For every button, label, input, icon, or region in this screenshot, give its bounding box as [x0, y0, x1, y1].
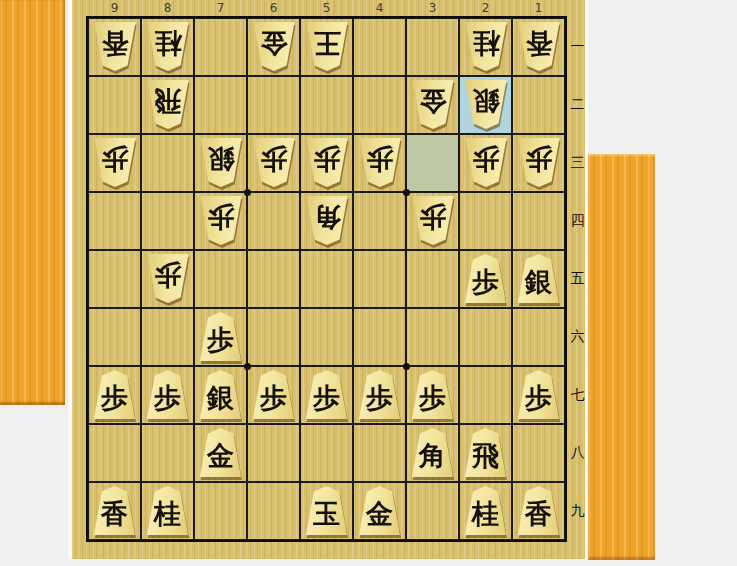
square-5-4[interactable]: 角 — [300, 192, 353, 250]
square-7-6[interactable]: 歩 — [194, 308, 247, 366]
square-9-7[interactable]: 歩 — [88, 366, 141, 424]
square-9-2[interactable] — [88, 76, 141, 134]
koma-glyph: 飛 — [465, 428, 507, 477]
koma-glyph: 歩 — [518, 138, 560, 187]
piece-gote-bishop[interactable]: 角 — [306, 196, 348, 245]
koma-glyph: 香 — [518, 486, 560, 535]
piece-gote-silver[interactable]: 銀 — [465, 80, 507, 129]
square-6-5[interactable] — [247, 250, 300, 308]
file-label-1: 1 — [512, 0, 565, 16]
piece-sente-pawn[interactable]: 歩 — [412, 370, 454, 419]
piece-sente-pawn[interactable]: 歩 — [465, 254, 507, 303]
koma-glyph: 歩 — [465, 254, 507, 303]
piece-sente-king[interactable]: 玉 — [306, 486, 348, 535]
square-2-9[interactable]: 桂 — [459, 482, 512, 540]
square-1-5[interactable]: 銀 — [512, 250, 565, 308]
square-8-9[interactable]: 桂 — [141, 482, 194, 540]
piece-gote-pawn[interactable]: 歩 — [200, 196, 242, 245]
piece-sente-silver[interactable]: 銀 — [200, 370, 242, 419]
piece-gote-pawn[interactable]: 歩 — [94, 138, 136, 187]
koma-glyph: 香 — [94, 486, 136, 535]
koma-glyph: 香 — [94, 22, 136, 71]
piece-gote-silver[interactable]: 銀 — [200, 138, 242, 187]
square-8-4[interactable] — [141, 192, 194, 250]
square-4-8[interactable] — [353, 424, 406, 482]
square-8-6[interactable] — [141, 308, 194, 366]
square-3-6[interactable] — [406, 308, 459, 366]
square-8-3[interactable] — [141, 134, 194, 192]
square-8-5[interactable]: 歩 — [141, 250, 194, 308]
koma-glyph: 歩 — [306, 370, 348, 419]
square-4-6[interactable] — [353, 308, 406, 366]
piece-sente-pawn[interactable]: 歩 — [147, 370, 189, 419]
square-2-6[interactable] — [459, 308, 512, 366]
square-5-1[interactable]: 王 — [300, 18, 353, 76]
square-7-9[interactable] — [194, 482, 247, 540]
piece-sente-pawn[interactable]: 歩 — [94, 370, 136, 419]
square-9-9[interactable]: 香 — [88, 482, 141, 540]
square-1-8[interactable] — [512, 424, 565, 482]
piece-sente-pawn[interactable]: 歩 — [200, 312, 242, 361]
piece-gote-pawn[interactable]: 歩 — [253, 138, 295, 187]
shogi-board: 987654321 一二三四五六七八九 香桂金王桂香飛金銀歩銀歩歩歩歩歩歩角歩歩… — [68, 0, 588, 559]
square-6-8[interactable] — [247, 424, 300, 482]
square-4-2[interactable] — [353, 76, 406, 134]
square-2-5[interactable]: 歩 — [459, 250, 512, 308]
square-7-8[interactable]: 金 — [194, 424, 247, 482]
koma-glyph: 歩 — [359, 370, 401, 419]
square-1-4[interactable] — [512, 192, 565, 250]
square-2-1[interactable]: 桂 — [459, 18, 512, 76]
square-1-7[interactable]: 歩 — [512, 366, 565, 424]
square-7-4[interactable]: 歩 — [194, 192, 247, 250]
koma-glyph: 歩 — [359, 138, 401, 187]
square-5-6[interactable] — [300, 308, 353, 366]
koma-glyph: 玉 — [306, 486, 348, 535]
square-3-3[interactable] — [406, 134, 459, 192]
koma-glyph: 歩 — [147, 370, 189, 419]
koma-glyph: 銀 — [465, 80, 507, 129]
square-6-6[interactable] — [247, 308, 300, 366]
star-point — [403, 189, 410, 196]
piece-gote-rook[interactable]: 飛 — [147, 80, 189, 129]
square-6-9[interactable] — [247, 482, 300, 540]
square-8-2[interactable]: 飛 — [141, 76, 194, 134]
koma-glyph: 歩 — [147, 254, 189, 303]
star-point — [244, 189, 251, 196]
koma-glyph: 飛 — [147, 80, 189, 129]
square-7-3[interactable]: 銀 — [194, 134, 247, 192]
gote-piece-stand — [0, 0, 65, 405]
piece-sente-lance[interactable]: 香 — [518, 486, 560, 535]
square-8-1[interactable]: 桂 — [141, 18, 194, 76]
piece-sente-pawn[interactable]: 歩 — [518, 370, 560, 419]
koma-glyph: 歩 — [200, 312, 242, 361]
square-6-3[interactable]: 歩 — [247, 134, 300, 192]
piece-gote-pawn[interactable]: 歩 — [306, 138, 348, 187]
rank-label-6: 六 — [569, 308, 586, 366]
square-1-3[interactable]: 歩 — [512, 134, 565, 192]
koma-glyph: 金 — [412, 80, 454, 129]
koma-glyph: 桂 — [147, 486, 189, 535]
square-9-8[interactable] — [88, 424, 141, 482]
board-grid: 香桂金王桂香飛金銀歩銀歩歩歩歩歩歩角歩歩歩銀歩歩歩銀歩歩歩歩歩金角飛香桂玉金桂香 — [86, 16, 567, 542]
star-point — [403, 363, 410, 370]
piece-gote-pawn[interactable]: 歩 — [147, 254, 189, 303]
square-4-3[interactable]: 歩 — [353, 134, 406, 192]
piece-gote-pawn[interactable]: 歩 — [465, 138, 507, 187]
square-2-4[interactable] — [459, 192, 512, 250]
koma-glyph: 歩 — [253, 370, 295, 419]
koma-glyph: 歩 — [412, 196, 454, 245]
piece-sente-pawn[interactable]: 歩 — [359, 370, 401, 419]
koma-glyph: 歩 — [253, 138, 295, 187]
rank-label-1: 一 — [569, 18, 586, 76]
rank-label-4: 四 — [569, 192, 586, 250]
koma-glyph: 金 — [253, 22, 295, 71]
square-4-4[interactable] — [353, 192, 406, 250]
square-8-7[interactable]: 歩 — [141, 366, 194, 424]
rank-label-8: 八 — [569, 424, 586, 482]
koma-glyph: 香 — [518, 22, 560, 71]
file-label-2: 2 — [459, 0, 512, 16]
koma-glyph: 銀 — [518, 254, 560, 303]
square-5-2[interactable] — [300, 76, 353, 134]
square-5-9[interactable]: 玉 — [300, 482, 353, 540]
koma-glyph: 銀 — [200, 138, 242, 187]
square-7-2[interactable] — [194, 76, 247, 134]
piece-gote-pawn[interactable]: 歩 — [518, 138, 560, 187]
file-label-3: 3 — [406, 0, 459, 16]
koma-glyph: 桂 — [465, 486, 507, 535]
rank-labels: 一二三四五六七八九 — [569, 18, 586, 540]
square-5-3[interactable]: 歩 — [300, 134, 353, 192]
piece-gote-pawn[interactable]: 歩 — [412, 196, 454, 245]
koma-glyph: 角 — [412, 428, 454, 477]
square-3-4[interactable]: 歩 — [406, 192, 459, 250]
square-3-1[interactable] — [406, 18, 459, 76]
square-9-5[interactable] — [88, 250, 141, 308]
square-1-6[interactable] — [512, 308, 565, 366]
square-6-4[interactable] — [247, 192, 300, 250]
piece-sente-rook[interactable]: 飛 — [465, 428, 507, 477]
koma-glyph: 銀 — [200, 370, 242, 419]
square-9-4[interactable] — [88, 192, 141, 250]
piece-sente-gold[interactable]: 金 — [359, 486, 401, 535]
square-1-1[interactable]: 香 — [512, 18, 565, 76]
koma-glyph: 桂 — [147, 22, 189, 71]
file-label-4: 4 — [353, 0, 406, 16]
square-1-9[interactable]: 香 — [512, 482, 565, 540]
file-label-6: 6 — [247, 0, 300, 16]
square-4-5[interactable] — [353, 250, 406, 308]
star-point — [244, 363, 251, 370]
file-labels: 987654321 — [88, 0, 565, 16]
koma-glyph: 歩 — [306, 138, 348, 187]
file-label-7: 7 — [194, 0, 247, 16]
square-4-7[interactable]: 歩 — [353, 366, 406, 424]
piece-gote-lance[interactable]: 香 — [94, 22, 136, 71]
square-4-9[interactable]: 金 — [353, 482, 406, 540]
koma-glyph: 桂 — [465, 22, 507, 71]
rank-label-2: 二 — [569, 76, 586, 134]
koma-glyph: 歩 — [200, 196, 242, 245]
piece-gote-knight[interactable]: 桂 — [147, 22, 189, 71]
piece-gote-pawn[interactable]: 歩 — [359, 138, 401, 187]
square-4-1[interactable] — [353, 18, 406, 76]
piece-gote-knight[interactable]: 桂 — [465, 22, 507, 71]
square-2-2[interactable]: 銀 — [459, 76, 512, 134]
square-7-5[interactable] — [194, 250, 247, 308]
shogi-board-screen: 987654321 一二三四五六七八九 香桂金王桂香飛金銀歩銀歩歩歩歩歩歩角歩歩… — [0, 0, 737, 566]
rank-label-5: 五 — [569, 250, 586, 308]
piece-gote-king[interactable]: 王 — [306, 22, 348, 71]
square-2-3[interactable]: 歩 — [459, 134, 512, 192]
koma-glyph: 歩 — [94, 138, 136, 187]
rank-label-9: 九 — [569, 482, 586, 540]
square-7-1[interactable] — [194, 18, 247, 76]
koma-glyph: 金 — [359, 486, 401, 535]
piece-gote-gold[interactable]: 金 — [412, 80, 454, 129]
koma-glyph: 歩 — [518, 370, 560, 419]
piece-sente-pawn[interactable]: 歩 — [253, 370, 295, 419]
square-6-2[interactable] — [247, 76, 300, 134]
piece-gote-lance[interactable]: 香 — [518, 22, 560, 71]
square-3-5[interactable] — [406, 250, 459, 308]
koma-glyph: 王 — [306, 22, 348, 71]
file-label-5: 5 — [300, 0, 353, 16]
rank-label-3: 三 — [569, 134, 586, 192]
square-5-7[interactable]: 歩 — [300, 366, 353, 424]
square-2-8[interactable]: 飛 — [459, 424, 512, 482]
file-label-9: 9 — [88, 0, 141, 16]
square-9-6[interactable] — [88, 308, 141, 366]
file-label-8: 8 — [141, 0, 194, 16]
square-6-7[interactable]: 歩 — [247, 366, 300, 424]
piece-sente-lance[interactable]: 香 — [94, 486, 136, 535]
piece-sente-knight[interactable]: 桂 — [465, 486, 507, 535]
piece-sente-pawn[interactable]: 歩 — [306, 370, 348, 419]
square-1-2[interactable] — [512, 76, 565, 134]
square-5-5[interactable] — [300, 250, 353, 308]
koma-glyph: 歩 — [412, 370, 454, 419]
piece-sente-gold[interactable]: 金 — [200, 428, 242, 477]
piece-sente-silver[interactable]: 銀 — [518, 254, 560, 303]
square-3-7[interactable]: 歩 — [406, 366, 459, 424]
rank-label-7: 七 — [569, 366, 586, 424]
square-3-8[interactable]: 角 — [406, 424, 459, 482]
sente-piece-stand — [588, 154, 655, 560]
square-5-8[interactable] — [300, 424, 353, 482]
piece-sente-bishop[interactable]: 角 — [412, 428, 454, 477]
piece-sente-knight[interactable]: 桂 — [147, 486, 189, 535]
koma-glyph: 歩 — [465, 138, 507, 187]
square-2-7[interactable] — [459, 366, 512, 424]
square-9-1[interactable]: 香 — [88, 18, 141, 76]
koma-glyph: 角 — [306, 196, 348, 245]
square-7-7[interactable]: 銀 — [194, 366, 247, 424]
square-3-9[interactable] — [406, 482, 459, 540]
square-6-1[interactable]: 金 — [247, 18, 300, 76]
koma-glyph: 金 — [200, 428, 242, 477]
koma-glyph: 歩 — [94, 370, 136, 419]
piece-gote-gold[interactable]: 金 — [253, 22, 295, 71]
square-3-2[interactable]: 金 — [406, 76, 459, 134]
square-8-8[interactable] — [141, 424, 194, 482]
square-9-3[interactable]: 歩 — [88, 134, 141, 192]
